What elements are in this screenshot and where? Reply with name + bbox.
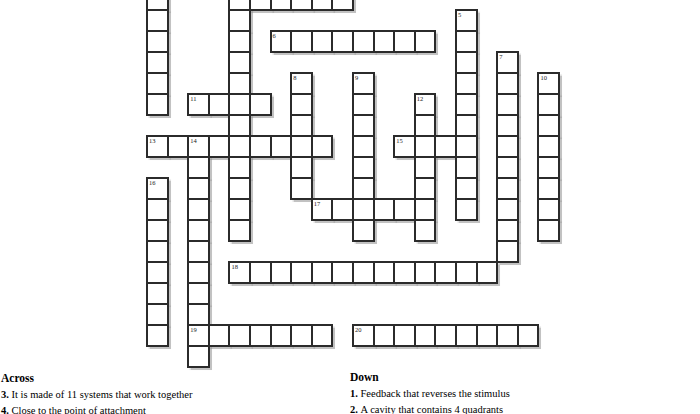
grid-cell[interactable] <box>249 135 272 158</box>
grid-cell[interactable] <box>434 135 457 158</box>
grid-cell[interactable]: 13 <box>146 135 169 158</box>
grid-cell[interactable]: 8 <box>290 72 313 95</box>
cell-number: 11 <box>190 95 196 102</box>
grid-cell[interactable] <box>290 261 313 284</box>
grid-cell[interactable] <box>290 156 313 179</box>
grid-cell[interactable] <box>249 93 272 116</box>
grid-cell[interactable] <box>414 177 437 200</box>
grid-cell[interactable] <box>187 198 210 221</box>
grid-cell[interactable]: 19 <box>187 324 210 347</box>
grid-cell[interactable] <box>290 93 313 116</box>
grid-cell[interactable] <box>414 30 437 53</box>
grid-cell[interactable] <box>187 219 210 242</box>
grid-cell[interactable]: 20 <box>352 324 375 347</box>
down-header: Down <box>350 371 695 384</box>
grid-cell[interactable] <box>537 93 560 116</box>
grid-cell[interactable] <box>311 30 334 53</box>
grid-cell[interactable] <box>146 303 169 326</box>
grid-cell[interactable] <box>537 135 560 158</box>
grid-cell[interactable] <box>496 240 519 263</box>
grid-cell[interactable] <box>249 261 272 284</box>
grid-cell[interactable] <box>331 198 354 221</box>
crossword-grid: 567891011121314151617181920 <box>0 0 700 414</box>
grid-cell[interactable] <box>455 135 478 158</box>
grid-cell[interactable] <box>352 135 375 158</box>
grid-cell[interactable] <box>455 156 478 179</box>
grid-cell[interactable] <box>146 324 169 347</box>
grid-cell[interactable] <box>352 219 375 242</box>
grid-cell[interactable] <box>476 261 499 284</box>
grid-cell[interactable] <box>517 324 540 347</box>
grid-cell[interactable]: 15 <box>393 135 416 158</box>
cell-number: 6 <box>273 32 276 39</box>
grid-cell[interactable] <box>434 261 457 284</box>
grid-cell[interactable] <box>146 261 169 284</box>
grid-cell[interactable] <box>537 114 560 137</box>
grid-cell[interactable] <box>146 219 169 242</box>
grid-cell[interactable] <box>537 156 560 179</box>
grid-cell[interactable] <box>352 30 375 53</box>
grid-cell[interactable] <box>455 261 478 284</box>
grid-cell[interactable] <box>455 51 478 74</box>
clue-item: 1. Feedback that reverses the stimulus <box>350 388 695 401</box>
grid-cell[interactable] <box>290 177 313 200</box>
across-clue-list: 3. It is made of 11 systems that work to… <box>1 389 346 414</box>
grid-cell[interactable] <box>228 177 251 200</box>
grid-cell[interactable] <box>537 219 560 242</box>
across-clues-section: Across 3. It is made of 11 systems that … <box>1 372 346 414</box>
grid-cell[interactable] <box>352 261 375 284</box>
grid-cell[interactable] <box>496 219 519 242</box>
grid-cell[interactable] <box>496 93 519 116</box>
grid-cell[interactable] <box>208 93 231 116</box>
grid-cell[interactable] <box>187 240 210 263</box>
grid-cell[interactable] <box>146 198 169 221</box>
grid-cell[interactable] <box>146 51 169 74</box>
grid-cell[interactable] <box>290 135 313 158</box>
grid-cell[interactable] <box>270 324 293 347</box>
grid-cell[interactable] <box>373 261 396 284</box>
grid-cell[interactable] <box>290 0 313 11</box>
grid-cell[interactable] <box>393 30 416 53</box>
grid-cell[interactable] <box>270 135 293 158</box>
grid-cell[interactable] <box>537 198 560 221</box>
grid-cell[interactable] <box>187 345 210 368</box>
clue-item: 3. It is made of 11 systems that work to… <box>1 389 346 402</box>
grid-cell[interactable] <box>455 324 478 347</box>
grid-cell[interactable] <box>352 93 375 116</box>
grid-cell[interactable] <box>146 72 169 95</box>
grid-cell[interactable]: 11 <box>187 93 210 116</box>
grid-cell[interactable] <box>393 261 416 284</box>
grid-cell[interactable] <box>228 51 251 74</box>
grid-cell[interactable] <box>414 114 437 137</box>
grid-cell[interactable] <box>228 198 251 221</box>
grid-cell[interactable] <box>228 135 251 158</box>
grid-cell[interactable] <box>434 324 457 347</box>
grid-cell[interactable] <box>496 177 519 200</box>
grid-cell[interactable] <box>187 303 210 326</box>
grid-cell[interactable] <box>290 324 313 347</box>
grid-cell[interactable]: 9 <box>352 72 375 95</box>
cell-number: 15 <box>396 137 403 144</box>
grid-cell[interactable] <box>352 198 375 221</box>
grid-cell[interactable] <box>476 324 499 347</box>
grid-cell[interactable] <box>414 324 437 347</box>
grid-cell[interactable] <box>496 324 519 347</box>
down-clue-list: 1. Feedback that reverses the stimulus2.… <box>350 388 695 414</box>
clue-item: 4. Close to the point of attachment <box>1 405 346 414</box>
grid-cell[interactable] <box>331 261 354 284</box>
grid-cell[interactable] <box>455 114 478 137</box>
grid-cell[interactable] <box>228 156 251 179</box>
grid-cell[interactable] <box>537 177 560 200</box>
grid-cell[interactable] <box>228 219 251 242</box>
grid-cell[interactable] <box>187 156 210 179</box>
cell-number: 8 <box>293 74 296 81</box>
cell-number: 20 <box>355 326 362 333</box>
across-header: Across <box>1 372 346 385</box>
grid-cell[interactable] <box>496 135 519 158</box>
grid-cell[interactable] <box>455 198 478 221</box>
grid-cell[interactable] <box>373 324 396 347</box>
grid-cell[interactable] <box>146 93 169 116</box>
grid-cell[interactable]: 17 <box>311 198 334 221</box>
grid-cell[interactable] <box>167 135 190 158</box>
down-clues-section: Down 1. Feedback that reverses the stimu… <box>350 371 695 414</box>
grid-cell[interactable] <box>249 324 272 347</box>
grid-cell[interactable] <box>455 30 478 53</box>
grid-cell[interactable] <box>352 156 375 179</box>
grid-cell[interactable] <box>311 261 334 284</box>
grid-cell[interactable] <box>228 72 251 95</box>
grid-cell[interactable] <box>146 282 169 305</box>
grid-cell[interactable] <box>290 114 313 137</box>
grid-cell[interactable]: 14 <box>187 135 210 158</box>
cell-number: 5 <box>458 11 461 18</box>
grid-cell[interactable] <box>455 93 478 116</box>
grid-cell[interactable] <box>228 9 251 32</box>
grid-cell[interactable]: 16 <box>146 177 169 200</box>
grid-cell[interactable]: 5 <box>455 9 478 32</box>
grid-cell[interactable] <box>414 198 437 221</box>
grid-cell[interactable]: 7 <box>496 51 519 74</box>
grid-cell[interactable]: 18 <box>228 261 251 284</box>
grid-cell[interactable] <box>228 93 251 116</box>
grid-cell[interactable] <box>270 0 293 11</box>
grid-cell[interactable] <box>393 198 416 221</box>
grid-cell[interactable] <box>187 177 210 200</box>
grid-cell[interactable] <box>331 30 354 53</box>
grid-cell[interactable] <box>352 114 375 137</box>
grid-cell[interactable] <box>496 198 519 221</box>
grid-cell[interactable] <box>496 72 519 95</box>
grid-cell[interactable] <box>331 0 354 11</box>
grid-cell[interactable] <box>414 219 437 242</box>
cell-number: 14 <box>190 137 197 144</box>
grid-cell[interactable] <box>208 324 231 347</box>
grid-cell[interactable] <box>249 0 272 11</box>
grid-cell[interactable] <box>146 240 169 263</box>
grid-cell[interactable] <box>208 135 231 158</box>
grid-cell[interactable] <box>352 177 375 200</box>
grid-cell[interactable] <box>455 177 478 200</box>
cell-number: 12 <box>417 95 424 102</box>
cell-number: 7 <box>499 53 502 60</box>
grid-cell[interactable] <box>270 261 293 284</box>
grid-cell[interactable] <box>414 135 437 158</box>
grid-cell[interactable] <box>496 156 519 179</box>
grid-cell[interactable] <box>373 30 396 53</box>
grid-cell[interactable] <box>228 30 251 53</box>
grid-cell[interactable] <box>455 72 478 95</box>
grid-cell[interactable] <box>146 30 169 53</box>
grid-cell[interactable] <box>393 324 416 347</box>
clue-item: 2. A cavity that contains 4 quadrants <box>350 404 695 414</box>
grid-cell[interactable]: 6 <box>270 30 293 53</box>
grid-cell[interactable]: 10 <box>537 72 560 95</box>
cell-number: 10 <box>540 74 547 81</box>
grid-cell[interactable] <box>228 114 251 137</box>
cell-number: 17 <box>314 200 321 207</box>
grid-cell[interactable] <box>311 324 334 347</box>
grid-cell[interactable] <box>311 0 334 11</box>
cell-number: 9 <box>355 74 358 81</box>
grid-cell[interactable] <box>414 261 437 284</box>
grid-cell[interactable] <box>187 261 210 284</box>
cell-number: 13 <box>149 137 156 144</box>
grid-cell[interactable]: 12 <box>414 93 437 116</box>
cell-number: 18 <box>231 263 238 270</box>
grid-cell[interactable] <box>187 282 210 305</box>
grid-cell[interactable] <box>414 156 437 179</box>
cell-number: 16 <box>149 179 156 186</box>
grid-cell[interactable] <box>496 114 519 137</box>
grid-cell[interactable] <box>373 198 396 221</box>
grid-cell[interactable] <box>311 135 334 158</box>
grid-cell[interactable] <box>228 324 251 347</box>
grid-cell[interactable] <box>146 9 169 32</box>
grid-cell[interactable] <box>290 30 313 53</box>
cell-number: 19 <box>190 326 197 333</box>
